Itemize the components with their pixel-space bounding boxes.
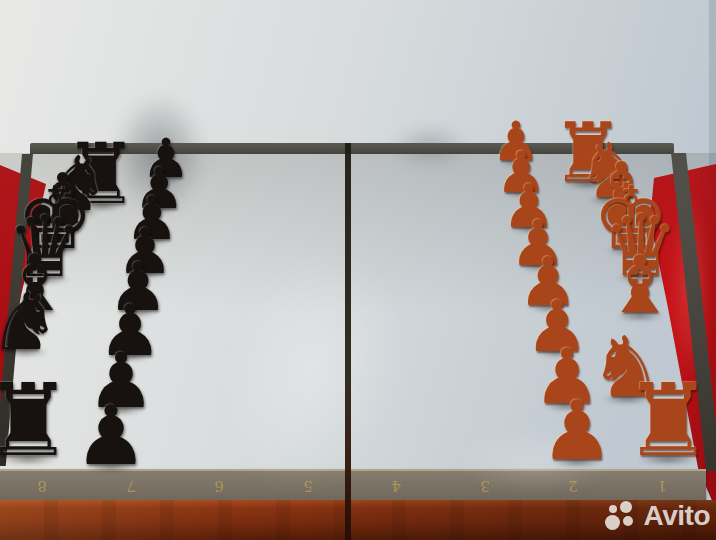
avito-logo-icon xyxy=(605,501,639,531)
coordinate-label-1: 1 xyxy=(618,471,707,502)
board-fold-gap xyxy=(345,143,351,540)
coordinate-label-7: 7 xyxy=(87,471,176,502)
photo-scene: 87654321 ♟♟♜♟♞♜♟♞♝♝♟♟♚♚♟♟♛♛♟♝♟♝♞♟♟♞♟♟♜♜♟… xyxy=(0,0,716,540)
board-row-h xyxy=(34,153,670,187)
wall-corner-line xyxy=(709,0,716,175)
watermark: Avito xyxy=(605,500,710,532)
coordinate-label-8: 8 xyxy=(0,471,87,502)
board-row-g xyxy=(29,187,675,223)
board-glare xyxy=(455,425,615,495)
watermark-text: Avito xyxy=(644,500,710,532)
